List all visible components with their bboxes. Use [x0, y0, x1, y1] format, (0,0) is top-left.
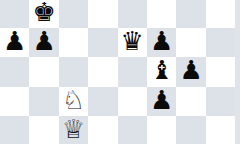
square-c7 — [59, 0, 88, 28]
square-a3 — [0, 116, 29, 144]
square-e3 — [118, 116, 147, 144]
chess-board: ♚♟♟♛♟♝♟♘♟♕ — [0, 0, 235, 144]
square-a5 — [0, 57, 29, 86]
piece-black-king-b7: ♚ — [32, 0, 55, 27]
piece-black-queen-e6: ♛ — [121, 27, 144, 56]
square-c4: ♘ — [59, 87, 88, 116]
square-b5 — [29, 57, 58, 86]
square-g4 — [176, 87, 205, 116]
square-c5 — [59, 57, 88, 86]
chess-diagram-thumbnail[interactable]: ♚♟♟♛♟♝♟♘♟♕ — [0, 0, 240, 144]
piece-black-pawn-a6: ♟ — [3, 27, 26, 56]
square-b4 — [29, 87, 58, 116]
square-g6 — [176, 28, 205, 57]
square-f3 — [147, 116, 176, 144]
square-e5 — [118, 57, 147, 86]
piece-white-knight-c4: ♘ — [62, 86, 85, 115]
square-d5 — [88, 57, 117, 86]
square-h6 — [206, 28, 235, 57]
square-d3 — [88, 116, 117, 144]
square-e7 — [118, 0, 147, 28]
square-h5 — [206, 57, 235, 86]
square-g3 — [176, 116, 205, 144]
square-g5: ♟ — [176, 57, 205, 86]
square-h3 — [206, 116, 235, 144]
square-h4 — [206, 87, 235, 116]
square-f4: ♟ — [147, 87, 176, 116]
square-d6 — [88, 28, 117, 57]
piece-black-pawn-g5: ♟ — [179, 56, 202, 85]
square-c3: ♕ — [59, 116, 88, 144]
piece-black-pawn-f6: ♟ — [150, 27, 173, 56]
piece-white-queen-c3: ♕ — [62, 115, 85, 144]
square-c6 — [59, 28, 88, 57]
square-g7 — [176, 0, 205, 28]
square-e4 — [118, 87, 147, 116]
square-e6: ♛ — [118, 28, 147, 57]
square-f6: ♟ — [147, 28, 176, 57]
piece-black-pawn-f4: ♟ — [150, 86, 173, 115]
square-b3 — [29, 116, 58, 144]
square-a6: ♟ — [0, 28, 29, 57]
square-a7 — [0, 0, 29, 28]
piece-black-pawn-b6: ♟ — [32, 27, 55, 56]
square-f7 — [147, 0, 176, 28]
board-right-margin — [235, 0, 240, 144]
square-h7 — [206, 0, 235, 28]
square-d7 — [88, 0, 117, 28]
square-a4 — [0, 87, 29, 116]
square-b7: ♚ — [29, 0, 58, 28]
square-d4 — [88, 87, 117, 116]
piece-black-bishop-f5: ♝ — [150, 56, 173, 85]
square-f5: ♝ — [147, 57, 176, 86]
square-b6: ♟ — [29, 28, 58, 57]
